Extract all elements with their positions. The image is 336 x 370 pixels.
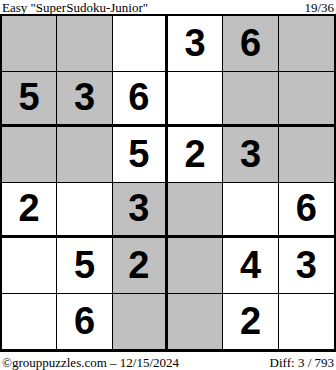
- cell-r6c4[interactable]: [168, 294, 223, 350]
- cell-r1c3[interactable]: [113, 16, 168, 72]
- difficulty-text: Diff: 3 / 793: [270, 356, 334, 369]
- cell-r3c1[interactable]: [2, 127, 57, 183]
- cell-r1c1[interactable]: [2, 16, 57, 72]
- cell-r4c6: 6: [279, 183, 334, 239]
- cell-r4c3: 3: [113, 183, 168, 239]
- cell-r3c3: 5: [113, 127, 168, 183]
- cell-r1c6[interactable]: [279, 16, 334, 72]
- cell-r2c5[interactable]: [223, 72, 278, 128]
- cell-r6c2: 6: [57, 294, 112, 350]
- puzzle-page: Easy "SuperSudoku-Junior" 19/36 36536523…: [0, 0, 336, 370]
- cell-r6c5: 2: [223, 294, 278, 350]
- cell-r5c2: 5: [57, 238, 112, 294]
- cell-r5c3: 2: [113, 238, 168, 294]
- cell-r6c6[interactable]: [279, 294, 334, 350]
- cell-r1c5: 6: [223, 16, 278, 72]
- cell-r5c5: 4: [223, 238, 278, 294]
- cell-r4c1: 2: [2, 183, 57, 239]
- cell-r3c2[interactable]: [57, 127, 112, 183]
- cell-r2c1: 5: [2, 72, 57, 128]
- puzzle-header: Easy "SuperSudoku-Junior" 19/36: [0, 0, 336, 14]
- cell-r6c3[interactable]: [113, 294, 168, 350]
- puzzle-title: Easy "SuperSudoku-Junior": [2, 1, 148, 14]
- cell-r6c1[interactable]: [2, 294, 57, 350]
- cell-r3c6[interactable]: [279, 127, 334, 183]
- cell-r2c4[interactable]: [168, 72, 223, 128]
- cell-r4c5[interactable]: [223, 183, 278, 239]
- cell-r2c3: 6: [113, 72, 168, 128]
- cell-r4c2[interactable]: [57, 183, 112, 239]
- cell-r5c4[interactable]: [168, 238, 223, 294]
- cell-r1c2[interactable]: [57, 16, 112, 72]
- cell-r3c5: 3: [223, 127, 278, 183]
- copyright-text: ©grouppuzzles.com – 12/15/2024: [2, 356, 179, 369]
- cell-r2c6[interactable]: [279, 72, 334, 128]
- cell-r4c4[interactable]: [168, 183, 223, 239]
- puzzle-footer: ©grouppuzzles.com – 12/15/2024 Diff: 3 /…: [0, 352, 336, 370]
- given-count: 19/36: [304, 1, 334, 14]
- sudoku-board: 36536523236524362: [0, 14, 336, 352]
- cell-r3c4: 2: [168, 127, 223, 183]
- cell-r5c6: 3: [279, 238, 334, 294]
- cell-r1c4: 3: [168, 16, 223, 72]
- cell-r5c1[interactable]: [2, 238, 57, 294]
- cell-r2c2: 3: [57, 72, 112, 128]
